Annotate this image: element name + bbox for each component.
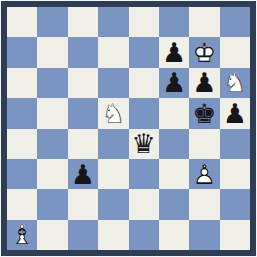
square-h1[interactable] bbox=[220, 220, 250, 250]
square-b6[interactable] bbox=[37, 68, 67, 98]
square-d7[interactable] bbox=[98, 37, 128, 67]
square-c6[interactable] bbox=[68, 68, 98, 98]
square-a6[interactable] bbox=[7, 68, 37, 98]
square-e6[interactable] bbox=[129, 68, 159, 98]
square-f5[interactable] bbox=[159, 98, 189, 128]
square-g3[interactable]: ♟♙ bbox=[189, 159, 219, 189]
square-e2[interactable] bbox=[129, 189, 159, 219]
square-e1[interactable] bbox=[129, 220, 159, 250]
square-g4[interactable] bbox=[189, 129, 219, 159]
black-pawn[interactable]: ♟ bbox=[220, 98, 250, 128]
black-pawn[interactable]: ♟ bbox=[189, 68, 219, 98]
square-a3[interactable] bbox=[7, 159, 37, 189]
square-d3[interactable] bbox=[98, 159, 128, 189]
square-c8[interactable] bbox=[68, 7, 98, 37]
square-d4[interactable] bbox=[98, 129, 128, 159]
square-a2[interactable] bbox=[7, 189, 37, 219]
square-f4[interactable] bbox=[159, 129, 189, 159]
white-knight[interactable]: ♞♘ bbox=[98, 98, 128, 128]
square-h6[interactable]: ♞♘ bbox=[220, 68, 250, 98]
square-b2[interactable] bbox=[37, 189, 67, 219]
square-b5[interactable] bbox=[37, 98, 67, 128]
square-a7[interactable] bbox=[7, 37, 37, 67]
black-king[interactable]: ♚ bbox=[189, 98, 219, 128]
square-f8[interactable] bbox=[159, 7, 189, 37]
square-g5[interactable]: ♚ bbox=[189, 98, 219, 128]
square-b7[interactable] bbox=[37, 37, 67, 67]
square-g1[interactable] bbox=[189, 220, 219, 250]
square-e4[interactable]: ♛ bbox=[129, 129, 159, 159]
board-border: ♟♚♔♟♟♞♘♞♘♚♟♛♟♟♙♝♗ bbox=[1, 1, 256, 256]
square-b4[interactable] bbox=[37, 129, 67, 159]
square-c2[interactable] bbox=[68, 189, 98, 219]
square-d2[interactable] bbox=[98, 189, 128, 219]
square-d5[interactable]: ♞♘ bbox=[98, 98, 128, 128]
square-f3[interactable] bbox=[159, 159, 189, 189]
black-queen[interactable]: ♛ bbox=[129, 129, 159, 159]
square-c5[interactable] bbox=[68, 98, 98, 128]
square-g7[interactable]: ♚♔ bbox=[189, 37, 219, 67]
outer-frame: ♟♚♔♟♟♞♘♞♘♚♟♛♟♟♙♝♗ bbox=[0, 0, 257, 257]
square-f1[interactable] bbox=[159, 220, 189, 250]
square-h4[interactable] bbox=[220, 129, 250, 159]
square-f7[interactable]: ♟ bbox=[159, 37, 189, 67]
white-king[interactable]: ♚♔ bbox=[189, 37, 219, 67]
square-c4[interactable] bbox=[68, 129, 98, 159]
square-g8[interactable] bbox=[189, 7, 219, 37]
square-e7[interactable] bbox=[129, 37, 159, 67]
square-c7[interactable] bbox=[68, 37, 98, 67]
white-bishop[interactable]: ♝♗ bbox=[7, 220, 37, 250]
square-b8[interactable] bbox=[37, 7, 67, 37]
square-c3[interactable]: ♟ bbox=[68, 159, 98, 189]
square-e8[interactable] bbox=[129, 7, 159, 37]
square-h2[interactable] bbox=[220, 189, 250, 219]
square-f6[interactable]: ♟ bbox=[159, 68, 189, 98]
square-a4[interactable] bbox=[7, 129, 37, 159]
square-g2[interactable] bbox=[189, 189, 219, 219]
piece-outline: ♗ bbox=[7, 220, 37, 250]
square-f2[interactable] bbox=[159, 189, 189, 219]
white-knight[interactable]: ♞♘ bbox=[220, 68, 250, 98]
square-c1[interactable] bbox=[68, 220, 98, 250]
square-d6[interactable] bbox=[98, 68, 128, 98]
square-d1[interactable] bbox=[98, 220, 128, 250]
square-h3[interactable] bbox=[220, 159, 250, 189]
piece-outline: ♔ bbox=[189, 37, 219, 67]
black-pawn[interactable]: ♟ bbox=[159, 37, 189, 67]
square-d8[interactable] bbox=[98, 7, 128, 37]
piece-outline: ♘ bbox=[98, 98, 128, 128]
square-a5[interactable] bbox=[7, 98, 37, 128]
black-pawn[interactable]: ♟ bbox=[68, 159, 98, 189]
square-g6[interactable]: ♟ bbox=[189, 68, 219, 98]
square-a1[interactable]: ♝♗ bbox=[7, 220, 37, 250]
square-e5[interactable] bbox=[129, 98, 159, 128]
piece-outline: ♘ bbox=[220, 68, 250, 98]
white-pawn[interactable]: ♟♙ bbox=[189, 159, 219, 189]
chess-board: ♟♚♔♟♟♞♘♞♘♚♟♛♟♟♙♝♗ bbox=[7, 7, 250, 250]
piece-outline: ♙ bbox=[189, 159, 219, 189]
square-b1[interactable] bbox=[37, 220, 67, 250]
square-e3[interactable] bbox=[129, 159, 159, 189]
square-a8[interactable] bbox=[7, 7, 37, 37]
black-pawn[interactable]: ♟ bbox=[159, 68, 189, 98]
square-b3[interactable] bbox=[37, 159, 67, 189]
square-h5[interactable]: ♟ bbox=[220, 98, 250, 128]
square-h7[interactable] bbox=[220, 37, 250, 67]
square-h8[interactable] bbox=[220, 7, 250, 37]
